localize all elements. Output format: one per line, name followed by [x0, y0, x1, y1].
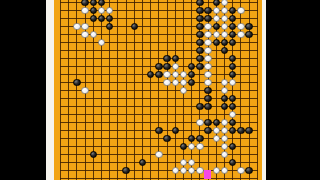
- black-stone[interactable]: [188, 79, 196, 87]
- black-stone[interactable]: [81, 0, 89, 6]
- black-stone[interactable]: [204, 95, 212, 103]
- black-stone[interactable]: [229, 39, 237, 47]
- white-stone[interactable]: [188, 167, 196, 175]
- white-stone[interactable]: [204, 39, 212, 47]
- black-stone[interactable]: [229, 71, 237, 79]
- black-stone[interactable]: [155, 71, 163, 79]
- black-stone[interactable]: [221, 103, 229, 111]
- last-move-marker: [204, 170, 211, 179]
- video-frame: [0, 0, 320, 180]
- white-stone[interactable]: [180, 159, 188, 167]
- white-stone[interactable]: [221, 0, 229, 6]
- black-stone[interactable]: [98, 15, 106, 23]
- white-stone[interactable]: [213, 7, 221, 15]
- black-stone[interactable]: [229, 31, 237, 39]
- grid-line-horizontal: [60, 178, 258, 179]
- black-stone[interactable]: [221, 39, 229, 47]
- black-stone[interactable]: [172, 127, 180, 135]
- white-stone[interactable]: [213, 127, 221, 135]
- white-stone[interactable]: [196, 167, 204, 175]
- black-stone[interactable]: [147, 71, 155, 79]
- white-stone[interactable]: [188, 159, 196, 167]
- black-stone[interactable]: [229, 143, 237, 151]
- white-stone[interactable]: [204, 23, 212, 31]
- black-stone[interactable]: [196, 31, 204, 39]
- black-stone[interactable]: [73, 79, 81, 87]
- black-stone[interactable]: [188, 71, 196, 79]
- black-stone[interactable]: [106, 23, 114, 31]
- white-stone[interactable]: [204, 79, 212, 87]
- white-stone[interactable]: [229, 79, 237, 87]
- black-stone[interactable]: [188, 63, 196, 71]
- black-stone[interactable]: [213, 0, 221, 6]
- white-stone[interactable]: [229, 111, 237, 119]
- black-stone[interactable]: [163, 55, 171, 63]
- white-stone[interactable]: [172, 63, 180, 71]
- white-stone[interactable]: [188, 143, 196, 151]
- grid-line-horizontal: [60, 90, 258, 91]
- black-stone[interactable]: [163, 135, 171, 143]
- black-stone[interactable]: [90, 15, 98, 23]
- white-stone[interactable]: [237, 7, 245, 15]
- white-stone[interactable]: [221, 87, 229, 95]
- black-stone[interactable]: [213, 23, 221, 31]
- white-stone[interactable]: [204, 47, 212, 55]
- white-stone[interactable]: [155, 151, 163, 159]
- black-stone[interactable]: [245, 23, 253, 31]
- white-stone[interactable]: [204, 31, 212, 39]
- black-stone[interactable]: [106, 15, 114, 23]
- black-stone[interactable]: [204, 103, 212, 111]
- black-stone[interactable]: [163, 63, 171, 71]
- black-stone[interactable]: [155, 63, 163, 71]
- white-stone[interactable]: [221, 15, 229, 23]
- white-stone[interactable]: [73, 23, 81, 31]
- white-stone[interactable]: [180, 79, 188, 87]
- black-stone[interactable]: [180, 143, 188, 151]
- white-stone[interactable]: [213, 135, 221, 143]
- white-stone[interactable]: [221, 79, 229, 87]
- black-stone[interactable]: [90, 7, 98, 15]
- black-stone[interactable]: [204, 7, 212, 15]
- black-stone[interactable]: [204, 119, 212, 127]
- black-stone[interactable]: [139, 159, 147, 167]
- white-stone[interactable]: [172, 79, 180, 87]
- white-stone[interactable]: [221, 151, 229, 159]
- white-stone[interactable]: [196, 143, 204, 151]
- black-stone[interactable]: [229, 95, 237, 103]
- black-stone[interactable]: [122, 167, 130, 175]
- white-stone[interactable]: [237, 31, 245, 39]
- white-stone[interactable]: [213, 31, 221, 39]
- black-stone[interactable]: [229, 103, 237, 111]
- black-stone[interactable]: [196, 63, 204, 71]
- black-stone[interactable]: [196, 15, 204, 23]
- white-stone[interactable]: [221, 31, 229, 39]
- black-stone[interactable]: [221, 47, 229, 55]
- white-stone[interactable]: [221, 135, 229, 143]
- white-stone[interactable]: [172, 167, 180, 175]
- black-stone[interactable]: [196, 7, 204, 15]
- black-stone[interactable]: [196, 0, 204, 6]
- white-stone[interactable]: [180, 167, 188, 175]
- white-stone[interactable]: [81, 7, 89, 15]
- black-stone[interactable]: [196, 135, 204, 143]
- black-stone[interactable]: [229, 15, 237, 23]
- black-stone[interactable]: [172, 55, 180, 63]
- black-stone[interactable]: [229, 119, 237, 127]
- white-stone[interactable]: [221, 143, 229, 151]
- black-stone[interactable]: [229, 159, 237, 167]
- white-stone[interactable]: [204, 71, 212, 79]
- white-stone[interactable]: [237, 167, 245, 175]
- white-stone[interactable]: [196, 119, 204, 127]
- black-stone[interactable]: [204, 15, 212, 23]
- go-board[interactable]: [54, 0, 262, 180]
- black-stone[interactable]: [213, 119, 221, 127]
- grid-line-horizontal: [60, 50, 258, 51]
- black-stone[interactable]: [245, 167, 253, 175]
- black-stone[interactable]: [131, 23, 139, 31]
- black-stone[interactable]: [196, 39, 204, 47]
- white-stone[interactable]: [213, 15, 221, 23]
- white-stone[interactable]: [237, 23, 245, 31]
- white-stone[interactable]: [221, 23, 229, 31]
- black-stone[interactable]: [229, 63, 237, 71]
- white-stone[interactable]: [180, 87, 188, 95]
- white-stone[interactable]: [163, 71, 171, 79]
- white-stone[interactable]: [90, 31, 98, 39]
- black-stone[interactable]: [229, 23, 237, 31]
- black-stone[interactable]: [221, 95, 229, 103]
- black-stone[interactable]: [204, 127, 212, 135]
- grid-line-horizontal: [60, 138, 258, 139]
- white-stone[interactable]: [221, 119, 229, 127]
- grid-line-horizontal: [60, 170, 258, 171]
- black-stone[interactable]: [155, 127, 163, 135]
- black-stone[interactable]: [196, 23, 204, 31]
- black-stone[interactable]: [245, 127, 253, 135]
- black-stone[interactable]: [229, 55, 237, 63]
- white-stone[interactable]: [172, 71, 180, 79]
- white-stone[interactable]: [204, 63, 212, 71]
- white-stone[interactable]: [221, 127, 229, 135]
- black-stone[interactable]: [196, 55, 204, 63]
- black-stone[interactable]: [237, 127, 245, 135]
- white-stone[interactable]: [106, 7, 114, 15]
- black-stone[interactable]: [213, 39, 221, 47]
- white-stone[interactable]: [221, 7, 229, 15]
- white-stone[interactable]: [221, 167, 229, 175]
- white-stone[interactable]: [81, 87, 89, 95]
- white-stone[interactable]: [213, 167, 221, 175]
- black-stone[interactable]: [229, 7, 237, 15]
- black-stone[interactable]: [245, 31, 253, 39]
- white-stone[interactable]: [98, 7, 106, 15]
- white-stone[interactable]: [81, 31, 89, 39]
- white-stone[interactable]: [180, 71, 188, 79]
- black-stone[interactable]: [196, 47, 204, 55]
- white-stone[interactable]: [204, 55, 212, 63]
- white-stone[interactable]: [98, 39, 106, 47]
- black-stone[interactable]: [229, 127, 237, 135]
- black-stone[interactable]: [90, 0, 98, 6]
- black-stone[interactable]: [98, 0, 106, 6]
- black-stone[interactable]: [188, 135, 196, 143]
- black-stone[interactable]: [204, 87, 212, 95]
- black-stone[interactable]: [196, 103, 204, 111]
- white-stone[interactable]: [163, 79, 171, 87]
- white-stone[interactable]: [81, 23, 89, 31]
- black-stone[interactable]: [90, 151, 98, 159]
